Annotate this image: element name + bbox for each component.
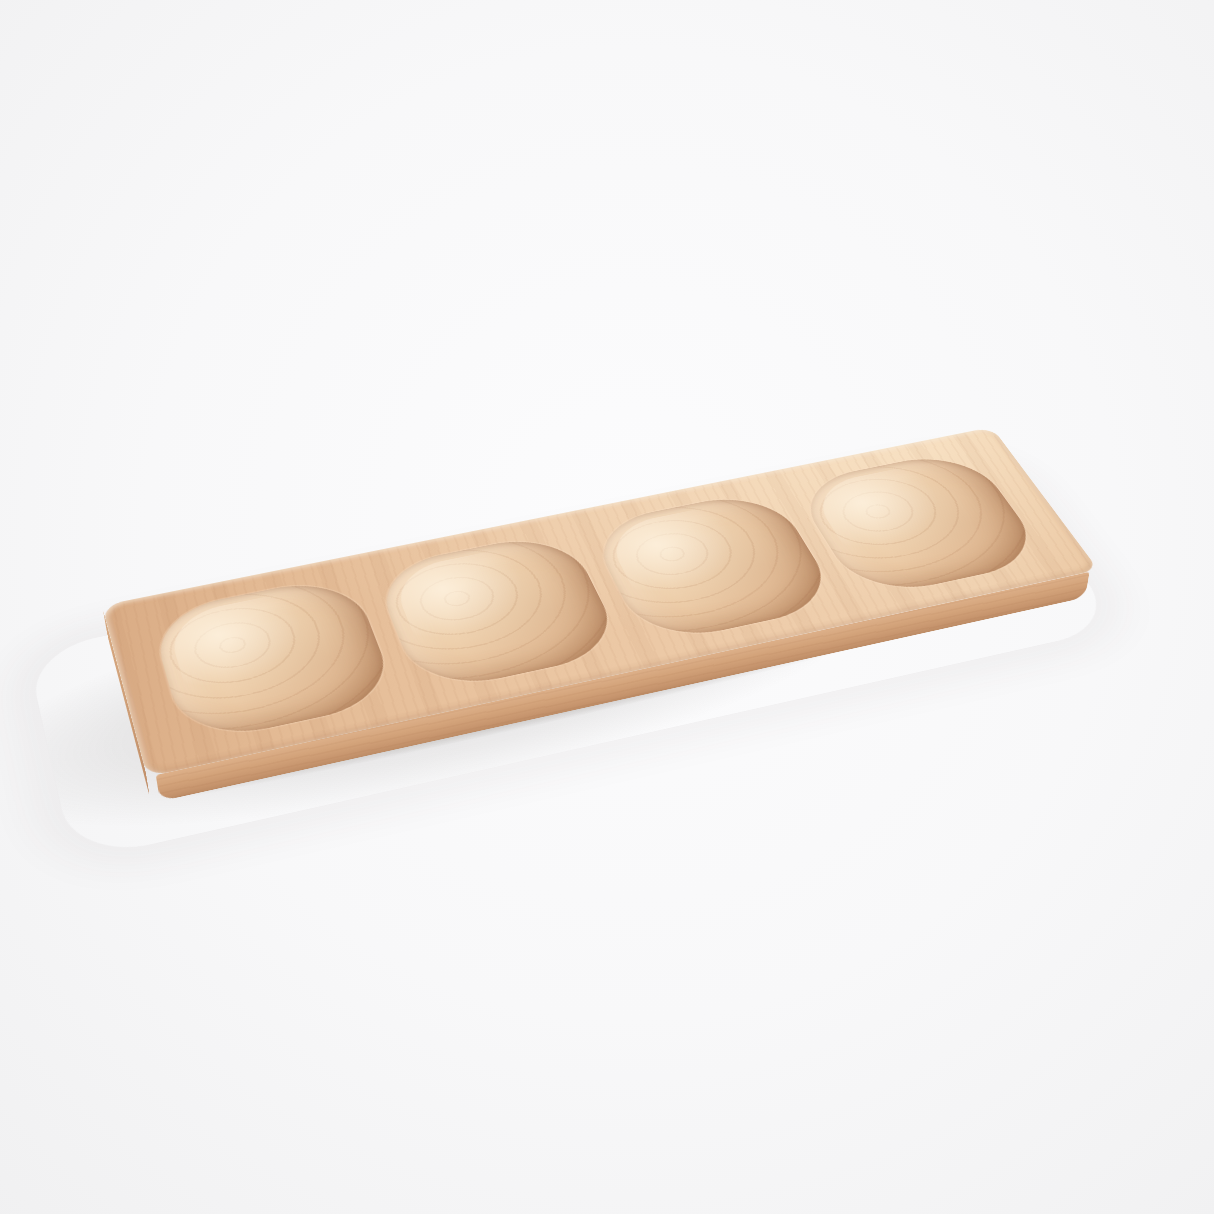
board-3d-scene [102, 427, 1099, 777]
photo-backdrop [0, 0, 1214, 1214]
pit-2[interactable] [372, 530, 626, 695]
pit-1[interactable] [149, 573, 400, 746]
pit-3[interactable] [585, 488, 842, 646]
pit-4[interactable] [790, 448, 1049, 600]
